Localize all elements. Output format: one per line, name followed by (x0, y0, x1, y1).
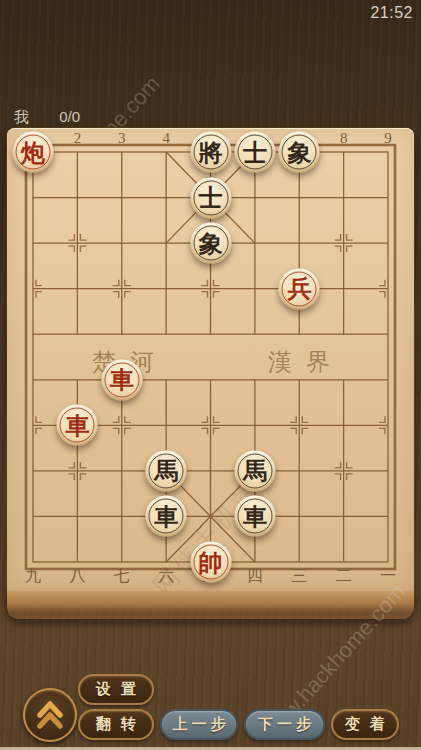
file-label-bottom: 一 (380, 566, 396, 587)
file-label-top: 8 (340, 130, 348, 147)
file-label-bottom: 四 (247, 566, 263, 587)
file-label-top: 4 (162, 130, 170, 147)
move-counter: 0/0 (59, 108, 80, 125)
flip-board-button[interactable]: 翻转 (78, 709, 154, 740)
file-label-bottom: 八 (69, 566, 85, 587)
settings-button[interactable]: 设置 (78, 674, 154, 705)
status-clock: 21:52 (370, 4, 413, 22)
variation-button[interactable]: 变着 (331, 709, 399, 740)
next-move-button[interactable]: 下一步 (244, 709, 325, 740)
piece-black-士[interactable]: 士 (190, 177, 231, 218)
piece-black-馬[interactable]: 馬 (234, 450, 275, 491)
river-text-right: 漢界 (254, 346, 344, 378)
board-bevel-edge (7, 591, 414, 619)
piece-red-兵[interactable]: 兵 (279, 268, 320, 309)
piece-black-象[interactable]: 象 (279, 132, 320, 173)
piece-red-炮[interactable]: 炮 (13, 132, 54, 173)
piece-black-車[interactable]: 車 (234, 496, 275, 537)
piece-red-帥[interactable]: 帥 (190, 542, 231, 583)
file-label-bottom: 七 (114, 566, 130, 587)
piece-black-馬[interactable]: 馬 (146, 450, 187, 491)
piece-red-車[interactable]: 車 (101, 359, 142, 400)
previous-move-button[interactable]: 上一步 (160, 709, 238, 740)
expand-menu-button[interactable] (23, 688, 77, 742)
piece-black-車[interactable]: 車 (146, 496, 187, 537)
chevrons-up-icon (33, 700, 67, 730)
file-label-bottom: 六 (158, 566, 174, 587)
piece-black-士[interactable]: 士 (234, 132, 275, 173)
hud-row: 我 0/0 (14, 108, 80, 127)
file-label-bottom: 三 (291, 566, 307, 587)
file-label-bottom: 九 (25, 566, 41, 587)
file-label-bottom: 二 (336, 566, 352, 587)
file-label-top: 9 (384, 130, 392, 147)
piece-black-將[interactable]: 將 (190, 132, 231, 173)
piece-black-象[interactable]: 象 (190, 223, 231, 264)
player-label: 我 (14, 108, 29, 125)
file-label-top: 2 (74, 130, 82, 147)
xiangqi-board[interactable]: 123456789 九八七六五四三二一 楚河 漢界 网侠手机站 炮將士象士象兵車… (7, 128, 414, 591)
piece-red-車[interactable]: 車 (57, 405, 98, 446)
file-label-top: 3 (118, 130, 126, 147)
